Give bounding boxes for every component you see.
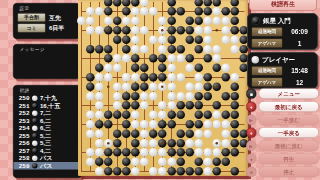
white-stone [176, 73, 185, 82]
white-stone [86, 111, 95, 120]
white-stone [149, 35, 158, 44]
white-stone [231, 73, 240, 82]
white-stone [86, 148, 95, 157]
black-stone [122, 26, 131, 35]
back-one-button-row: + 一手戻る [246, 127, 319, 138]
black-stone [167, 167, 176, 176]
white-stone [149, 139, 158, 148]
black-stone [122, 111, 131, 120]
white-stone [131, 35, 140, 44]
komi-label: コミ [18, 24, 46, 33]
white-stone [176, 54, 185, 63]
play-icon: ● [246, 153, 257, 164]
white-stone [104, 64, 113, 73]
black-stone [167, 139, 176, 148]
black-stone [122, 7, 131, 16]
black-stone [104, 111, 113, 120]
black-stone [122, 35, 131, 44]
black-stone [104, 54, 113, 63]
white-stone [213, 54, 222, 63]
black-player-name: 銀星 入門 [263, 16, 291, 25]
stop-icon: ⊗ [246, 166, 257, 177]
move-number: 255 [16, 132, 30, 139]
white-stone [149, 148, 158, 157]
white-stone [167, 92, 176, 101]
black-stone [176, 26, 185, 35]
white-stone [167, 54, 176, 63]
mode-title-ribbon: 棋譜再生 [249, 0, 317, 11]
black-stone [203, 111, 212, 120]
black-stone [86, 82, 95, 91]
white-stone [194, 82, 203, 91]
white-stone [131, 17, 140, 26]
stop-button[interactable]: 停止 [259, 166, 320, 178]
black-player-card: 銀星 入門 経過時間 06:09 アゲハマ 1 [247, 13, 318, 50]
white-stone [140, 92, 149, 101]
black-stone [185, 120, 194, 129]
black-stone [131, 101, 140, 110]
white-stone [222, 129, 231, 138]
white-stone [213, 111, 222, 120]
black-stone [167, 111, 176, 120]
black-stone [194, 35, 203, 44]
back-one-icon: + [246, 127, 257, 138]
white-stone [95, 92, 104, 101]
black-stone [158, 64, 167, 73]
white-stone [140, 148, 149, 157]
white-stone [149, 120, 158, 129]
board-grid [81, 2, 245, 172]
message-header: メッセージ [14, 45, 80, 53]
black-stone [231, 120, 240, 129]
to-start-button[interactable]: 最初に戻る [259, 101, 320, 113]
black-stone [213, 167, 222, 176]
white-stone [213, 120, 222, 129]
black-stone [122, 148, 131, 157]
white-stone [86, 120, 95, 129]
black-stone [222, 158, 231, 167]
black-stone [194, 120, 203, 129]
black-stone [104, 158, 113, 167]
black-stone [122, 167, 131, 176]
black-stone [194, 17, 203, 26]
black-stone [131, 54, 140, 63]
white-stone [95, 129, 104, 138]
move-list-panel: 棋譜 2507,十九 25116,十五 2527,二 2536,二 2546,三… [13, 85, 82, 178]
black-stone [203, 0, 212, 6]
black-stone [167, 120, 176, 129]
white-stone [167, 101, 176, 110]
white-stone [140, 0, 149, 6]
white-stone [185, 92, 194, 101]
white-stone [113, 54, 122, 63]
stone-icon [32, 141, 38, 147]
stone-icon [32, 126, 38, 132]
black-stone [231, 26, 240, 35]
black-stone [104, 0, 113, 6]
black-stone [222, 148, 231, 157]
white-stone [158, 158, 167, 167]
black-stone [185, 129, 194, 138]
white-stone [194, 148, 203, 157]
to-end-button-row: ▶ 最後に進む [246, 140, 319, 151]
settings-header: 設定 [14, 4, 80, 12]
black-stone [203, 73, 212, 82]
black-stone [194, 7, 203, 16]
black-stone [113, 17, 122, 26]
white-stone [194, 26, 203, 35]
move-number: 254 [16, 125, 30, 132]
black-stone [86, 73, 95, 82]
black-stone [231, 111, 240, 120]
black-stone [185, 35, 194, 44]
stone-icon [32, 103, 38, 109]
black-stone [167, 148, 176, 157]
star-point [216, 142, 219, 145]
black-stone [222, 7, 231, 16]
black-stone [95, 45, 104, 54]
back-one-button[interactable]: 一手戻る [259, 127, 320, 139]
white-stone [140, 26, 149, 35]
white-stone [203, 17, 212, 26]
menu-button-row: ■ メニュー [246, 88, 319, 99]
black-stone [104, 45, 113, 54]
move-number: 256 [16, 140, 30, 147]
black-stone [104, 148, 113, 157]
white-stone [222, 139, 231, 148]
white-stone [86, 129, 95, 138]
white-stone [104, 73, 113, 82]
black-stone [231, 17, 240, 26]
white-stone [203, 45, 212, 54]
black-stone [104, 167, 113, 176]
move-coord: パス [40, 162, 79, 171]
play-button-row: ● 再生 [246, 153, 319, 164]
white-stone [158, 148, 167, 157]
black-stone [213, 0, 222, 6]
white-stone [131, 120, 140, 129]
to-start-button-row: + 最初に戻る [246, 101, 319, 112]
white-stone [203, 26, 212, 35]
menu-button[interactable]: メニュー [259, 88, 320, 100]
to-start-icon: + [246, 101, 257, 112]
forward-one-button-row: ▶ 一手進む [246, 114, 319, 125]
menu-button-column: ■ メニュー + 最初に戻る ▶ 一手進む + 一手戻る ▶ 最後に進む ● 再… [246, 88, 319, 177]
black-stone [122, 120, 131, 129]
white-stone [86, 92, 95, 101]
stone-icon [32, 96, 38, 102]
black-stone [140, 64, 149, 73]
black-stone [131, 148, 140, 157]
black-stone [122, 158, 131, 167]
black-stone [176, 167, 185, 176]
white-stone [158, 35, 167, 44]
white-stone [167, 64, 176, 73]
black-stone [231, 148, 240, 157]
black-stone [194, 101, 203, 110]
white-stone [122, 73, 131, 82]
white-stone [140, 7, 149, 16]
black-stone [167, 26, 176, 35]
white-stone [222, 64, 231, 73]
black-stone [113, 139, 122, 148]
white-stone [158, 45, 167, 54]
move-list-header: 棋譜 [14, 86, 82, 94]
black-stone [176, 111, 185, 120]
black-stone [185, 26, 194, 35]
black-captures-value: 1 [286, 40, 314, 48]
black-stone [122, 0, 131, 6]
stone-icon [32, 111, 38, 117]
black-stone [222, 73, 231, 82]
to-end-icon: ▶ [246, 140, 257, 151]
white-stone [231, 45, 240, 54]
white-stone [185, 139, 194, 148]
screen: 設定 手合割 互先 コミ 6目半 メッセージ 棋譜 2507,十九 25116,… [0, 0, 320, 180]
white-stone [95, 82, 104, 91]
go-board[interactable] [78, 0, 248, 176]
white-stone [131, 111, 140, 120]
black-stone [113, 129, 122, 138]
move-number: 253 [16, 117, 30, 124]
black-stone [231, 167, 240, 176]
stone-icon [32, 118, 38, 124]
black-stone [185, 54, 194, 63]
black-stone [194, 167, 203, 176]
black-stone [203, 7, 212, 16]
handicap-label: 手合割 [18, 13, 46, 22]
black-stone [113, 35, 122, 44]
black-stone [194, 64, 203, 73]
white-stone [113, 82, 122, 91]
white-stone [95, 7, 104, 16]
white-stone [213, 45, 222, 54]
black-stone [122, 101, 131, 110]
black-stone [158, 129, 167, 138]
black-stone [149, 73, 158, 82]
black-stone [131, 129, 140, 138]
white-stone [149, 92, 158, 101]
to-end-button[interactable]: 最後に進む [259, 140, 320, 152]
black-stone-icon [252, 16, 261, 25]
white-stone [203, 129, 212, 138]
black-stone [95, 64, 104, 73]
star-point [161, 142, 164, 145]
star-point [107, 85, 110, 88]
white-stone [194, 139, 203, 148]
black-stone [176, 148, 185, 157]
black-stone [131, 0, 140, 6]
white-stone [86, 26, 95, 35]
black-stone [176, 139, 185, 148]
black-stone [158, 54, 167, 63]
white-stone [95, 111, 104, 120]
white-stone [95, 148, 104, 157]
black-stone [149, 129, 158, 138]
black-stone [131, 139, 140, 148]
white-stone [149, 82, 158, 91]
white-stone [122, 17, 131, 26]
white-stone [149, 7, 158, 16]
white-stone [122, 54, 131, 63]
star-point [216, 29, 219, 32]
move-number: 259 [16, 162, 30, 169]
white-player-name: プレイヤー [262, 55, 295, 64]
move-number: 251 [16, 102, 30, 109]
stop-button-row: ⊗ 停止 [246, 166, 319, 177]
move-number: 252 [16, 110, 30, 117]
white-stone [140, 158, 149, 167]
black-stone [213, 64, 222, 73]
black-stone [185, 17, 194, 26]
black-stone [131, 92, 140, 101]
star-point [107, 29, 110, 32]
black-stone [113, 167, 122, 176]
white-stone [222, 120, 231, 129]
black-stone [122, 45, 131, 54]
black-stone [167, 7, 176, 16]
white-stone [213, 148, 222, 157]
black-stone [203, 54, 212, 63]
white-stone [86, 158, 95, 167]
black-stone [203, 82, 212, 91]
white-stone [113, 101, 122, 110]
white-stone [158, 111, 167, 120]
black-stone [140, 73, 149, 82]
black-stone [104, 120, 113, 129]
white-stone [158, 101, 167, 110]
white-stone [167, 158, 176, 167]
white-stone [231, 35, 240, 44]
white-captures-label: アゲハマ [252, 78, 283, 88]
black-stone [231, 7, 240, 16]
white-stone [131, 7, 140, 16]
forward-one-icon: ▶ [246, 114, 257, 125]
white-stone [203, 158, 212, 167]
white-stone [131, 158, 140, 167]
white-stone [131, 73, 140, 82]
white-stone [131, 26, 140, 35]
white-stone [203, 167, 212, 176]
white-stone [213, 7, 222, 16]
white-stone [158, 167, 167, 176]
black-stone [167, 35, 176, 44]
black-stone [231, 129, 240, 138]
white-stone [140, 45, 149, 54]
black-stone [113, 111, 122, 120]
move-number: 258 [16, 155, 30, 162]
black-stone [185, 148, 194, 157]
black-stone [122, 92, 131, 101]
black-stone [122, 129, 131, 138]
white-stone [95, 101, 104, 110]
white-stone [203, 148, 212, 157]
black-time-value: 06:09 [286, 28, 314, 36]
white-stone [131, 45, 140, 54]
white-stone [149, 111, 158, 120]
white-stone [131, 167, 140, 176]
white-stone [185, 82, 194, 91]
white-stone [158, 17, 167, 26]
black-stone [231, 101, 240, 110]
white-time-value: 15:48 [286, 67, 314, 75]
white-stone [185, 64, 194, 73]
black-stone [185, 167, 194, 176]
white-stone [140, 129, 149, 138]
white-stone [203, 120, 212, 129]
black-captures-label: アゲハマ [252, 39, 283, 49]
black-stone [194, 158, 203, 167]
black-stone [176, 129, 185, 138]
black-stone [158, 73, 167, 82]
white-stone [167, 73, 176, 82]
white-stone [113, 64, 122, 73]
white-stone [203, 35, 212, 44]
white-stone [122, 82, 131, 91]
black-stone [231, 92, 240, 101]
black-stone [95, 158, 104, 167]
star-point [107, 142, 110, 145]
white-stone [86, 7, 95, 16]
white-stone-icon [252, 56, 260, 64]
white-stone [95, 167, 104, 176]
white-stone [149, 167, 158, 176]
black-stone [113, 0, 122, 6]
black-stone [131, 82, 140, 91]
black-stone [176, 101, 185, 110]
black-stone [194, 45, 203, 54]
black-stone [86, 45, 95, 54]
game-screen: 設定 手合割 互先 コミ 6目半 メッセージ 棋譜 2507,十九 25116,… [0, 0, 320, 180]
white-captures-value: 12 [286, 79, 314, 87]
handicap-value: 互先 [49, 13, 61, 22]
black-stone [203, 92, 212, 101]
black-stone [194, 0, 203, 6]
white-stone [104, 17, 113, 26]
stone-icon [32, 148, 38, 154]
white-stone [222, 35, 231, 44]
black-stone [185, 101, 194, 110]
move-number: 257 [16, 147, 30, 154]
black-stone [176, 158, 185, 167]
black-stone [140, 82, 149, 91]
black-stone [167, 17, 176, 26]
black-stone [176, 7, 185, 16]
stone-icon [32, 156, 38, 162]
play-button[interactable]: 再生 [259, 153, 320, 165]
white-stone [95, 139, 104, 148]
black-stone [95, 120, 104, 129]
black-stone [176, 45, 185, 54]
white-stone [213, 17, 222, 26]
black-stone [149, 54, 158, 63]
black-stone [231, 139, 240, 148]
star-point [216, 85, 219, 88]
white-stone [95, 26, 104, 35]
menu-button-icon: ■ [246, 88, 257, 99]
white-stone [86, 17, 95, 26]
black-stone [158, 120, 167, 129]
black-stone [194, 92, 203, 101]
black-time-label: 経過時間 [252, 27, 283, 37]
stone-icon [32, 163, 38, 169]
black-stone [167, 0, 176, 6]
forward-one-button[interactable]: 一手進む [259, 114, 320, 126]
komi-value: 6目半 [49, 24, 64, 33]
white-stone [167, 82, 176, 91]
move-row-259[interactable]: 259パス [14, 162, 82, 170]
black-stone [213, 101, 222, 110]
